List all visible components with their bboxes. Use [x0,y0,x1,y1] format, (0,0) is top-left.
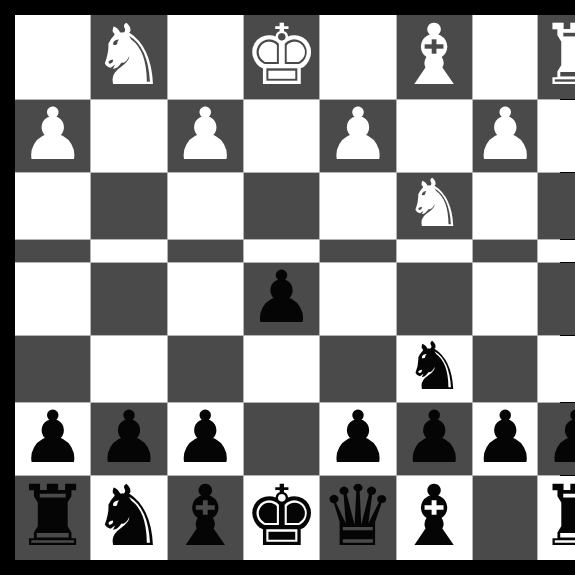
square-f3[interactable] [168,173,243,239]
square-e1[interactable]: ♚ [244,15,319,99]
square-e2[interactable] [244,100,319,172]
square-a1[interactable]: ♜ [538,15,575,99]
black-pawn-icon: ♟ [326,401,391,473]
square-f8[interactable]: ♝ [168,476,243,560]
square-h3[interactable] [15,173,90,239]
square-f5[interactable] [168,263,243,335]
black-pawn-icon: ♟ [173,401,238,473]
square-g5[interactable] [91,263,166,335]
square-a2[interactable] [538,100,575,172]
square-a7[interactable]: ♟ [538,403,575,475]
square-e3[interactable] [244,173,319,239]
square-d2[interactable]: ♟ [320,100,395,172]
square-b8[interactable] [473,476,538,560]
square-c5[interactable] [397,263,472,335]
square-e5[interactable]: ♟ [244,263,319,335]
square-c8[interactable]: ♝ [397,476,472,560]
black-bishop-icon: ♝ [397,474,472,558]
square-g6[interactable] [91,336,166,402]
white-pawn-icon: ♟ [326,98,391,170]
square-d8[interactable]: ♛ [320,476,395,560]
square-d3[interactable] [320,173,395,239]
square-g2[interactable] [91,100,166,172]
square-c1[interactable]: ♝ [397,15,472,99]
square-c2[interactable] [397,100,472,172]
black-pawn-icon: ♟ [20,401,85,473]
square-a5[interactable] [538,263,575,335]
square-h2[interactable]: ♟ [15,100,90,172]
square-b1[interactable] [473,15,538,99]
white-pawn-icon: ♟ [20,98,85,170]
square-a8[interactable]: ♜ [538,476,575,560]
square-g8[interactable]: ♞ [91,476,166,560]
square-h7[interactable]: ♟ [15,403,90,475]
white-king-icon: ♚ [244,13,319,97]
chess-board: ♞♚♝♜♟♟♟♟♞♟♞♟♟♟♟♟♟♟♜♞♝♚♛♝♜ [15,15,560,560]
square-h6[interactable] [15,336,90,402]
square-h8[interactable]: ♜ [15,476,90,560]
square-d5[interactable] [320,263,395,335]
square-b6[interactable] [473,336,538,402]
black-rook-icon: ♜ [15,474,90,558]
square-f2[interactable]: ♟ [168,100,243,172]
square-d6[interactable] [320,336,395,402]
white-bishop-icon: ♝ [397,13,472,97]
black-queen-icon: ♛ [320,474,395,558]
black-knight-icon: ♞ [405,334,464,400]
white-pawn-icon: ♟ [173,98,238,170]
square-b5[interactable] [473,263,538,335]
square-h4[interactable] [15,240,90,262]
square-c7[interactable]: ♟ [397,403,472,475]
square-f7[interactable]: ♟ [168,403,243,475]
square-g1[interactable]: ♞ [91,15,166,99]
square-g3[interactable] [91,173,166,239]
white-pawn-icon: ♟ [473,98,538,170]
black-bishop-icon: ♝ [168,474,243,558]
black-pawn-icon: ♟ [402,401,467,473]
square-g4[interactable] [91,240,166,262]
square-b3[interactable] [473,173,538,239]
white-knight-icon: ♞ [405,171,464,237]
square-g7[interactable]: ♟ [91,403,166,475]
black-pawn-icon: ♟ [544,401,575,473]
square-d7[interactable]: ♟ [320,403,395,475]
square-c3[interactable]: ♞ [397,173,472,239]
square-c6[interactable]: ♞ [397,336,472,402]
black-rook-icon: ♜ [538,474,575,558]
square-b4[interactable] [473,240,538,262]
square-e8[interactable]: ♚ [244,476,319,560]
square-f1[interactable] [168,15,243,99]
square-b7[interactable]: ♟ [473,403,538,475]
square-d4[interactable] [320,240,395,262]
white-rook-icon: ♜ [538,13,575,97]
white-knight-icon: ♞ [91,13,166,97]
square-a4[interactable] [538,240,575,262]
square-e7[interactable] [244,403,319,475]
black-knight-icon: ♞ [91,474,166,558]
square-f6[interactable] [168,336,243,402]
square-h5[interactable] [15,263,90,335]
square-f4[interactable] [168,240,243,262]
square-h1[interactable] [15,15,90,99]
square-a6[interactable] [538,336,575,402]
black-king-icon: ♚ [244,474,319,558]
square-a3[interactable] [538,173,575,239]
square-c4[interactable] [397,240,472,262]
square-e6[interactable] [244,336,319,402]
square-b2[interactable]: ♟ [473,100,538,172]
black-pawn-icon: ♟ [473,401,538,473]
square-d1[interactable] [320,15,395,99]
board-frame: ♞♚♝♜♟♟♟♟♞♟♞♟♟♟♟♟♟♟♜♞♝♚♛♝♜ [0,0,575,575]
black-pawn-icon: ♟ [249,261,314,333]
black-pawn-icon: ♟ [97,401,162,473]
